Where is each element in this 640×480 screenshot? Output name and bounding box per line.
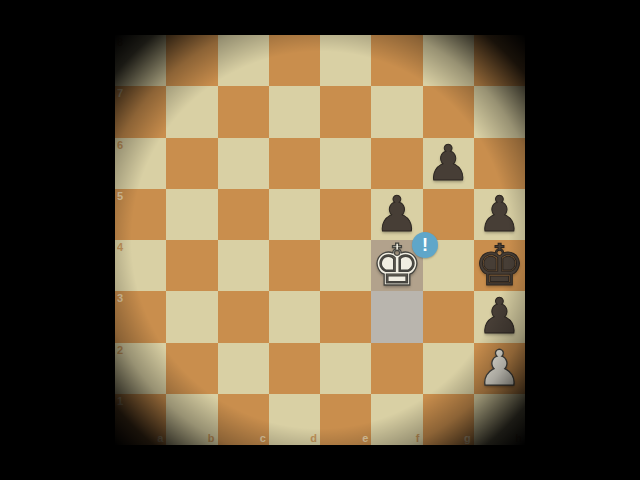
square-a4[interactable]: 4 (115, 240, 166, 291)
square-f6[interactable] (371, 138, 422, 189)
square-b7[interactable] (166, 86, 217, 137)
square-g2[interactable] (423, 343, 474, 394)
square-f2[interactable] (371, 343, 422, 394)
square-c2[interactable] (218, 343, 269, 394)
square-b3[interactable] (166, 291, 217, 342)
square-e5[interactable] (320, 189, 371, 240)
square-e1[interactable]: e (320, 394, 371, 445)
file-label-b: b (208, 432, 215, 444)
square-g8[interactable] (423, 35, 474, 86)
square-e2[interactable] (320, 343, 371, 394)
square-c1[interactable]: c (218, 394, 269, 445)
square-d5[interactable] (269, 189, 320, 240)
square-d1[interactable]: d (269, 394, 320, 445)
square-h3[interactable]: ♟ (474, 291, 525, 342)
black-background: 876♟5♟♟4♚♚3♟2♟1abcdefgh ! (0, 0, 640, 480)
square-b5[interactable] (166, 189, 217, 240)
rank-label-5: 5 (117, 190, 123, 202)
square-g6[interactable]: ♟ (423, 138, 474, 189)
square-f1[interactable]: f (371, 394, 422, 445)
square-d4[interactable] (269, 240, 320, 291)
square-c3[interactable] (218, 291, 269, 342)
rank-label-4: 4 (117, 241, 123, 253)
square-d3[interactable] (269, 291, 320, 342)
rank-label-7: 7 (117, 87, 123, 99)
chess-board: 876♟5♟♟4♚♚3♟2♟1abcdefgh ! (115, 35, 525, 445)
black-pawn[interactable]: ♟ (426, 139, 470, 188)
square-b6[interactable] (166, 138, 217, 189)
square-b1[interactable]: b (166, 394, 217, 445)
square-a5[interactable]: 5 (115, 189, 166, 240)
square-e3[interactable] (320, 291, 371, 342)
square-b4[interactable] (166, 240, 217, 291)
square-e6[interactable] (320, 138, 371, 189)
square-c4[interactable] (218, 240, 269, 291)
black-king[interactable]: ♚ (474, 237, 525, 294)
square-a1[interactable]: 1a (115, 394, 166, 445)
file-label-g: g (464, 432, 471, 444)
square-a7[interactable]: 7 (115, 86, 166, 137)
file-label-f: f (416, 432, 420, 444)
rank-label-2: 2 (117, 344, 123, 356)
square-c5[interactable] (218, 189, 269, 240)
square-g7[interactable] (423, 86, 474, 137)
square-f8[interactable] (371, 35, 422, 86)
square-e8[interactable] (320, 35, 371, 86)
square-g3[interactable] (423, 291, 474, 342)
file-label-a: a (157, 432, 163, 444)
square-h7[interactable] (474, 86, 525, 137)
square-h8[interactable] (474, 35, 525, 86)
square-g1[interactable]: g (423, 394, 474, 445)
square-b2[interactable] (166, 343, 217, 394)
file-label-d: d (310, 432, 317, 444)
square-c8[interactable] (218, 35, 269, 86)
square-e7[interactable] (320, 86, 371, 137)
square-c7[interactable] (218, 86, 269, 137)
square-h4[interactable]: ♚ (474, 240, 525, 291)
square-a2[interactable]: 2 (115, 343, 166, 394)
rank-label-6: 6 (117, 139, 123, 151)
square-b8[interactable] (166, 35, 217, 86)
square-a6[interactable]: 6 (115, 138, 166, 189)
square-c6[interactable] (218, 138, 269, 189)
white-pawn[interactable]: ♟ (477, 344, 521, 393)
file-label-h: h (515, 432, 522, 444)
rank-label-8: 8 (117, 36, 123, 48)
square-h6[interactable] (474, 138, 525, 189)
good-move-symbol: ! (422, 236, 428, 254)
square-a8[interactable]: 8 (115, 35, 166, 86)
file-label-c: c (260, 432, 266, 444)
square-f7[interactable] (371, 86, 422, 137)
square-e4[interactable] (320, 240, 371, 291)
square-a3[interactable]: 3 (115, 291, 166, 342)
rank-label-3: 3 (117, 292, 123, 304)
square-d6[interactable] (269, 138, 320, 189)
square-d7[interactable] (269, 86, 320, 137)
square-d8[interactable] (269, 35, 320, 86)
square-h1[interactable]: h (474, 394, 525, 445)
square-f3[interactable] (371, 291, 422, 342)
square-h2[interactable]: ♟ (474, 343, 525, 394)
file-label-e: e (362, 432, 368, 444)
good-move-badge: ! (412, 232, 438, 258)
black-pawn[interactable]: ♟ (477, 292, 521, 341)
square-d2[interactable] (269, 343, 320, 394)
rank-label-1: 1 (117, 395, 123, 407)
